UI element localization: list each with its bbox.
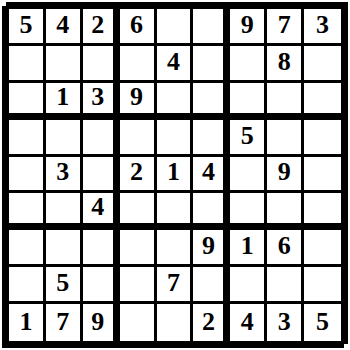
cell-r5c4[interactable]: 2 (120, 157, 157, 194)
given-digit: 2 (130, 159, 143, 187)
given-digit: 4 (56, 12, 69, 40)
cell-r3c3[interactable]: 3 (83, 83, 120, 120)
cell-r3c2[interactable]: 1 (46, 83, 83, 120)
given-digit: 1 (167, 159, 180, 187)
given-digit: 7 (278, 12, 291, 40)
cell-r9c3[interactable]: 9 (83, 304, 120, 341)
given-digit: 1 (19, 309, 32, 337)
cell-r4c6[interactable] (193, 120, 230, 157)
cell-r7c3[interactable] (83, 230, 120, 267)
given-digit: 7 (167, 270, 180, 298)
cell-r2c9[interactable] (304, 46, 341, 83)
cell-r8c1[interactable] (9, 267, 46, 304)
sudoku-board: 5426973481395321494916571792435 (2, 2, 348, 348)
cell-r2c3[interactable] (83, 46, 120, 83)
cell-r6c9[interactable] (304, 193, 341, 230)
cell-r6c5[interactable] (157, 193, 194, 230)
border-corner-notch-top-left (0, 0, 6, 6)
given-digit: 3 (56, 159, 69, 187)
cell-r5c9[interactable] (304, 157, 341, 194)
cell-r1c1[interactable]: 5 (9, 9, 46, 46)
cell-r3c6[interactable] (193, 83, 230, 120)
given-digit: 4 (91, 194, 104, 222)
cell-r9c6[interactable]: 2 (193, 304, 230, 341)
cell-r1c3[interactable]: 2 (83, 9, 120, 46)
cell-r4c8[interactable] (267, 120, 304, 157)
cell-r5c1[interactable] (9, 157, 46, 194)
cell-r6c8[interactable] (267, 193, 304, 230)
cell-r6c4[interactable] (120, 193, 157, 230)
cell-r8c7[interactable] (230, 267, 267, 304)
cell-r7c7[interactable]: 1 (230, 230, 267, 267)
cell-r3c8[interactable] (267, 83, 304, 120)
cell-r2c1[interactable] (9, 46, 46, 83)
given-digit: 2 (202, 309, 215, 337)
given-digit: 4 (167, 49, 180, 77)
given-digit: 6 (278, 233, 291, 261)
given-digit: 3 (316, 12, 329, 40)
cell-r2c5[interactable]: 4 (157, 46, 194, 83)
cell-r5c6[interactable]: 4 (193, 157, 230, 194)
cell-r8c4[interactable] (120, 267, 157, 304)
cell-r3c4[interactable]: 9 (120, 83, 157, 120)
given-digit: 1 (56, 84, 69, 112)
cell-r5c7[interactable] (230, 157, 267, 194)
cell-r1c9[interactable]: 3 (304, 9, 341, 46)
given-digit: 1 (241, 233, 254, 261)
cell-r9c2[interactable]: 7 (46, 304, 83, 341)
cell-r7c4[interactable] (120, 230, 157, 267)
given-digit: 3 (91, 84, 104, 112)
cell-r5c2[interactable]: 3 (46, 157, 83, 194)
cell-r4c3[interactable] (83, 120, 120, 157)
given-digit: 2 (91, 12, 104, 40)
cell-r6c3[interactable]: 4 (83, 193, 120, 230)
cell-r1c4[interactable]: 6 (120, 9, 157, 46)
cell-r9c1[interactable]: 1 (9, 304, 46, 341)
cell-r7c5[interactable] (157, 230, 194, 267)
cell-r9c4[interactable] (120, 304, 157, 341)
cell-r7c1[interactable] (9, 230, 46, 267)
given-digit: 9 (130, 84, 143, 112)
cell-r4c2[interactable] (46, 120, 83, 157)
cell-r1c2[interactable]: 4 (46, 9, 83, 46)
cell-r8c9[interactable] (304, 267, 341, 304)
border-corner-notch-bottom-right (344, 344, 350, 350)
given-digit: 9 (202, 233, 215, 261)
given-digit: 5 (316, 309, 329, 337)
cell-r2c2[interactable] (46, 46, 83, 83)
cell-r5c3[interactable] (83, 157, 120, 194)
cell-r2c7[interactable] (230, 46, 267, 83)
cell-r7c2[interactable] (46, 230, 83, 267)
given-digit: 9 (91, 309, 104, 337)
given-digit: 9 (278, 159, 291, 187)
given-digit: 9 (241, 12, 254, 40)
given-digit: 6 (130, 12, 143, 40)
cell-r1c5[interactable] (157, 9, 194, 46)
given-digit: 4 (241, 309, 254, 337)
cell-r7c6[interactable]: 9 (193, 230, 230, 267)
cell-r2c8[interactable]: 8 (267, 46, 304, 83)
cell-r6c7[interactable] (230, 193, 267, 230)
cell-r7c8[interactable]: 6 (267, 230, 304, 267)
cell-r3c5[interactable] (157, 83, 194, 120)
sudoku-page: 5426973481395321494916571792435 (0, 0, 350, 350)
cell-r2c4[interactable] (120, 46, 157, 83)
cell-r1c6[interactable] (193, 9, 230, 46)
cell-r8c2[interactable]: 5 (46, 267, 83, 304)
cell-r4c1[interactable] (9, 120, 46, 157)
cell-r5c8[interactable]: 9 (267, 157, 304, 194)
given-digit: 5 (56, 270, 69, 298)
given-digit: 5 (19, 12, 32, 40)
cell-r9c9[interactable]: 5 (304, 304, 341, 341)
cell-r6c6[interactable] (193, 193, 230, 230)
cell-r3c1[interactable] (9, 83, 46, 120)
cell-r7c9[interactable] (304, 230, 341, 267)
cell-r8c5[interactable]: 7 (157, 267, 194, 304)
given-digit: 3 (278, 309, 291, 337)
cell-r4c5[interactable] (157, 120, 194, 157)
cell-r9c5[interactable] (157, 304, 194, 341)
given-digit: 4 (202, 159, 215, 187)
cell-r8c8[interactable] (267, 267, 304, 304)
cell-r8c6[interactable] (193, 267, 230, 304)
cell-r8c3[interactable] (83, 267, 120, 304)
given-digit: 7 (56, 309, 69, 337)
cell-r6c2[interactable] (46, 193, 83, 230)
cell-r9c7[interactable]: 4 (230, 304, 267, 341)
cell-r2c6[interactable] (193, 46, 230, 83)
cell-r1c8[interactable]: 7 (267, 9, 304, 46)
cell-r1c7[interactable]: 9 (230, 9, 267, 46)
given-digit: 8 (278, 49, 291, 77)
cell-r4c9[interactable] (304, 120, 341, 157)
cell-r9c8[interactable]: 3 (267, 304, 304, 341)
cell-r3c9[interactable] (304, 83, 341, 120)
cell-r4c4[interactable] (120, 120, 157, 157)
given-digit: 5 (241, 123, 254, 151)
cell-r4c7[interactable]: 5 (230, 120, 267, 157)
cell-r5c5[interactable]: 1 (157, 157, 194, 194)
cell-r3c7[interactable] (230, 83, 267, 120)
cell-r6c1[interactable] (9, 193, 46, 230)
